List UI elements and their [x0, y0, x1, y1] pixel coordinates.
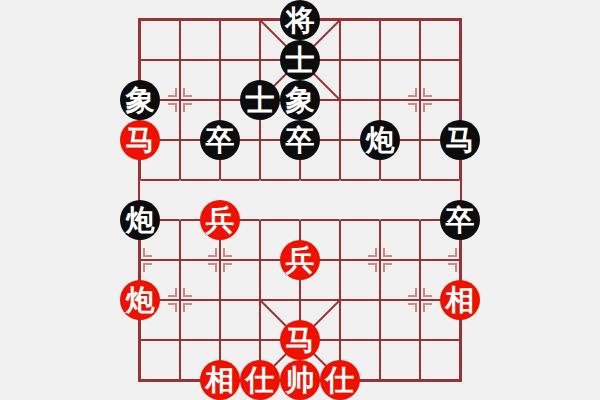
board-cell [420, 340, 460, 380]
board-cell [340, 180, 380, 220]
piece-red-soldier[interactable]: 兵 [200, 200, 240, 240]
piece-red-cannon[interactable]: 炮 [120, 280, 160, 320]
piece-black-cannon[interactable]: 炮 [120, 200, 160, 240]
piece-black-cannon[interactable]: 炮 [360, 120, 400, 160]
board-cell [340, 220, 380, 260]
board-cell [220, 20, 260, 60]
board-cell [380, 60, 420, 100]
board-cell [380, 260, 420, 300]
board-cell [420, 60, 460, 100]
piece-black-soldier[interactable]: 卒 [440, 200, 480, 240]
piece-red-advisor[interactable]: 仕 [320, 360, 360, 400]
piece-red-horse[interactable]: 马 [280, 320, 320, 360]
board-cell [380, 340, 420, 380]
piece-black-soldier[interactable]: 卒 [200, 120, 240, 160]
piece-red-elephant[interactable]: 相 [200, 360, 240, 400]
board-cell [420, 20, 460, 60]
board-cell [380, 220, 420, 260]
board-cell [180, 20, 220, 60]
board-cell [340, 260, 380, 300]
board-cell [380, 180, 420, 220]
board-cell [140, 340, 180, 380]
board-cell [180, 60, 220, 100]
piece-black-elephant[interactable]: 象 [120, 80, 160, 120]
xiangqi-app-canvas: 将士象士象马卒卒炮马炮兵卒兵炮相马相仕帅仕 [0, 0, 600, 400]
piece-black-horse[interactable]: 马 [440, 120, 480, 160]
board-cell [340, 60, 380, 100]
board-cell [380, 20, 420, 60]
board-cell [180, 300, 220, 340]
board-cell [220, 260, 260, 300]
board-cell [340, 20, 380, 60]
piece-black-advisor[interactable]: 士 [280, 40, 320, 80]
piece-red-horse[interactable]: 马 [120, 120, 160, 160]
board-cell [140, 20, 180, 60]
piece-black-general[interactable]: 将 [280, 0, 320, 40]
board-cell [220, 300, 260, 340]
piece-red-elephant[interactable]: 相 [440, 280, 480, 320]
board-cell [260, 180, 300, 220]
piece-black-elephant[interactable]: 象 [280, 80, 320, 120]
piece-black-advisor[interactable]: 士 [240, 80, 280, 120]
board-cell [380, 300, 420, 340]
board-cell [340, 300, 380, 340]
board-cell [300, 180, 340, 220]
board-cell [180, 260, 220, 300]
piece-black-soldier[interactable]: 卒 [280, 120, 320, 160]
piece-red-advisor[interactable]: 仕 [240, 360, 280, 400]
piece-red-general[interactable]: 帅 [280, 360, 320, 400]
piece-red-soldier[interactable]: 兵 [280, 240, 320, 280]
